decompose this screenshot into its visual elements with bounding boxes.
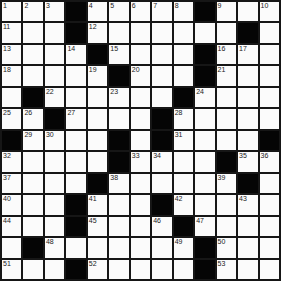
cell-r12c11[interactable]: 50 — [217, 238, 236, 257]
clue-number-3: 3 — [46, 2, 50, 10]
cell-r7c11[interactable] — [217, 131, 236, 150]
cell-r13c9[interactable] — [174, 260, 193, 279]
cell-r6c2[interactable]: 26 — [23, 109, 42, 128]
cell-r6c9[interactable]: 28 — [174, 109, 193, 128]
cell-r12c5[interactable] — [88, 238, 107, 257]
cell-r6c12[interactable] — [238, 109, 257, 128]
cell-r2c7[interactable] — [131, 23, 150, 42]
cell-r12c6[interactable] — [109, 238, 128, 257]
cell-r11c10[interactable]: 47 — [195, 217, 214, 236]
cell-r1c5[interactable]: 4 — [88, 2, 107, 21]
clue-number-34: 34 — [153, 152, 161, 160]
cell-r1c11[interactable]: 9 — [217, 2, 236, 21]
cell-r5c10[interactable]: 24 — [195, 88, 214, 107]
cell-r13c2[interactable] — [23, 260, 42, 279]
cell-r1c12[interactable] — [238, 2, 257, 21]
cell-r1c7[interactable]: 6 — [131, 2, 150, 21]
cell-r13c1[interactable]: 51 — [2, 260, 21, 279]
cell-r3c8[interactable] — [152, 45, 171, 64]
cell-r1c8[interactable]: 7 — [152, 2, 171, 21]
cell-r5c4[interactable] — [66, 88, 85, 107]
black-cell-r10c4 — [66, 195, 85, 214]
black-cell-r1c4 — [66, 2, 85, 21]
cell-r4c8[interactable] — [152, 66, 171, 85]
clue-number-25: 25 — [3, 109, 11, 117]
clue-number-38: 38 — [110, 174, 118, 182]
cell-r8c3[interactable] — [45, 152, 64, 171]
cell-r4c5[interactable]: 19 — [88, 66, 107, 85]
clue-number-2: 2 — [24, 2, 28, 10]
cell-r6c10[interactable] — [195, 109, 214, 128]
cell-r13c3[interactable] — [45, 260, 64, 279]
clue-number-36: 36 — [261, 152, 269, 160]
cell-r4c12[interactable] — [238, 66, 257, 85]
cell-r4c1[interactable]: 18 — [2, 66, 21, 85]
cell-r4c7[interactable]: 20 — [131, 66, 150, 85]
cell-r7c2[interactable]: 29 — [23, 131, 42, 150]
clue-number-15: 15 — [110, 45, 118, 53]
cell-r3c11[interactable]: 16 — [217, 45, 236, 64]
cell-r3c1[interactable]: 13 — [2, 45, 21, 64]
cell-r13c11[interactable]: 53 — [217, 260, 236, 279]
clue-number-21: 21 — [218, 66, 226, 74]
cell-r10c13[interactable] — [260, 195, 279, 214]
clue-number-46: 46 — [153, 217, 161, 225]
black-cell-r6c3 — [45, 109, 64, 128]
cell-r12c4[interactable] — [66, 238, 85, 257]
cell-r4c2[interactable] — [23, 66, 42, 85]
cell-r13c6[interactable] — [109, 260, 128, 279]
cell-r2c13[interactable] — [260, 23, 279, 42]
clue-number-37: 37 — [3, 174, 11, 182]
cell-r6c4[interactable]: 27 — [66, 109, 85, 128]
clue-number-35: 35 — [239, 152, 247, 160]
cell-r5c7[interactable] — [131, 88, 150, 107]
cell-r2c5[interactable]: 12 — [88, 23, 107, 42]
clue-number-18: 18 — [3, 66, 11, 74]
cell-r8c12[interactable]: 35 — [238, 152, 257, 171]
clue-number-27: 27 — [67, 109, 75, 117]
cell-r10c1[interactable]: 40 — [2, 195, 21, 214]
clue-number-19: 19 — [89, 66, 97, 74]
cell-r11c5[interactable]: 45 — [88, 217, 107, 236]
black-cell-r2c12 — [238, 23, 257, 42]
black-cell-r5c2 — [23, 88, 42, 107]
clue-number-44: 44 — [3, 217, 11, 225]
cell-r12c8[interactable] — [152, 238, 171, 257]
cell-r11c13[interactable] — [260, 217, 279, 236]
cell-r3c2[interactable] — [23, 45, 42, 64]
clue-number-51: 51 — [3, 260, 11, 268]
clue-number-41: 41 — [89, 195, 97, 203]
cell-r3c3[interactable] — [45, 45, 64, 64]
clue-number-1: 1 — [3, 2, 7, 10]
cell-r2c3[interactable] — [45, 23, 64, 42]
cell-r7c7[interactable] — [131, 131, 150, 150]
cell-r9c6[interactable]: 38 — [109, 174, 128, 193]
cell-r6c13[interactable] — [260, 109, 279, 128]
clue-number-8: 8 — [175, 2, 179, 10]
clue-number-52: 52 — [89, 260, 97, 268]
clue-number-32: 32 — [3, 152, 11, 160]
cell-r10c12[interactable]: 43 — [238, 195, 257, 214]
clue-number-11: 11 — [3, 23, 10, 31]
cell-r4c3[interactable] — [45, 66, 64, 85]
black-cell-r13c10 — [195, 260, 214, 279]
cell-r13c13[interactable] — [260, 260, 279, 279]
cell-r9c13[interactable] — [260, 174, 279, 193]
cell-r1c13[interactable]: 10 — [260, 2, 279, 21]
cell-r7c12[interactable] — [238, 131, 257, 150]
cell-r11c3[interactable] — [45, 217, 64, 236]
cell-r3c13[interactable] — [260, 45, 279, 64]
cell-r8c2[interactable] — [23, 152, 42, 171]
cell-r10c11[interactable] — [217, 195, 236, 214]
cell-r8c1[interactable]: 32 — [2, 152, 21, 171]
clue-number-17: 17 — [239, 45, 247, 53]
cell-r4c4[interactable] — [66, 66, 85, 85]
clue-number-30: 30 — [46, 131, 54, 139]
cell-r8c13[interactable]: 36 — [260, 152, 279, 171]
cell-r3c12[interactable]: 17 — [238, 45, 257, 64]
cell-r11c7[interactable] — [131, 217, 150, 236]
cell-r5c12[interactable] — [238, 88, 257, 107]
cell-r12c13[interactable] — [260, 238, 279, 257]
cell-r10c9[interactable]: 42 — [174, 195, 193, 214]
black-cell-r7c8 — [152, 131, 171, 150]
black-cell-r6c8 — [152, 109, 171, 128]
cell-r10c6[interactable] — [109, 195, 128, 214]
black-cell-r3c5 — [88, 45, 107, 64]
cell-r1c1[interactable]: 1 — [2, 2, 21, 21]
clue-number-9: 9 — [218, 2, 222, 10]
cell-r8c5[interactable] — [88, 152, 107, 171]
cell-r5c13[interactable] — [260, 88, 279, 107]
crossword-grid: 1234567891011121314151617181920212223242… — [0, 0, 281, 281]
cell-r4c11[interactable]: 21 — [217, 66, 236, 85]
black-cell-r9c5 — [88, 174, 107, 193]
cell-r13c7[interactable] — [131, 260, 150, 279]
clue-number-49: 49 — [175, 238, 183, 246]
cell-r13c12[interactable] — [238, 260, 257, 279]
cell-r8c8[interactable]: 34 — [152, 152, 171, 171]
cell-r9c11[interactable]: 39 — [217, 174, 236, 193]
clue-number-16: 16 — [218, 45, 226, 53]
cell-r9c8[interactable] — [152, 174, 171, 193]
cell-r9c4[interactable] — [66, 174, 85, 193]
clue-number-14: 14 — [67, 45, 75, 53]
clue-number-29: 29 — [24, 131, 32, 139]
black-cell-r7c6 — [109, 131, 128, 150]
cell-r7c5[interactable] — [88, 131, 107, 150]
cell-r11c1[interactable]: 44 — [2, 217, 21, 236]
cell-r7c3[interactable]: 30 — [45, 131, 64, 150]
cell-r11c11[interactable] — [217, 217, 236, 236]
cell-r12c3[interactable]: 48 — [45, 238, 64, 257]
cell-r5c8[interactable] — [152, 88, 171, 107]
cell-r5c3[interactable]: 22 — [45, 88, 64, 107]
cell-r9c7[interactable] — [131, 174, 150, 193]
clue-number-10: 10 — [261, 2, 269, 10]
cell-r6c1[interactable]: 25 — [2, 109, 21, 128]
clue-number-26: 26 — [24, 109, 32, 117]
cell-r1c2[interactable]: 2 — [23, 2, 42, 21]
clue-number-5: 5 — [110, 2, 114, 10]
cell-r9c2[interactable] — [23, 174, 42, 193]
cell-r6c6[interactable] — [109, 109, 128, 128]
cell-r3c4[interactable]: 14 — [66, 45, 85, 64]
black-cell-r7c13 — [260, 131, 279, 150]
cell-r2c2[interactable] — [23, 23, 42, 42]
clue-number-31: 31 — [175, 131, 183, 139]
cell-r12c1[interactable] — [2, 238, 21, 257]
black-cell-r11c4 — [66, 217, 85, 236]
clue-number-7: 7 — [153, 2, 157, 10]
black-cell-r12c10 — [195, 238, 214, 257]
cell-r6c7[interactable] — [131, 109, 150, 128]
cell-r5c6[interactable]: 23 — [109, 88, 128, 107]
cell-r2c1[interactable]: 11 — [2, 23, 21, 42]
cell-r5c1[interactable] — [2, 88, 21, 107]
cell-r4c13[interactable] — [260, 66, 279, 85]
cell-r10c10[interactable] — [195, 195, 214, 214]
clue-number-13: 13 — [3, 45, 11, 53]
black-cell-r11c9 — [174, 217, 193, 236]
cell-r7c10[interactable] — [195, 131, 214, 150]
clue-number-45: 45 — [89, 217, 97, 225]
cell-r2c10[interactable] — [195, 23, 214, 42]
cell-r1c9[interactable]: 8 — [174, 2, 193, 21]
cell-r5c11[interactable] — [217, 88, 236, 107]
cell-r10c2[interactable] — [23, 195, 42, 214]
cell-r12c9[interactable]: 49 — [174, 238, 193, 257]
cell-r2c11[interactable] — [217, 23, 236, 42]
cell-r9c1[interactable]: 37 — [2, 174, 21, 193]
cell-r8c9[interactable] — [174, 152, 193, 171]
cell-r1c3[interactable]: 3 — [45, 2, 64, 21]
clue-number-50: 50 — [218, 238, 226, 246]
cell-r2c6[interactable] — [109, 23, 128, 42]
black-cell-r8c11 — [217, 152, 236, 171]
cell-r8c7[interactable]: 33 — [131, 152, 150, 171]
black-cell-r13c4 — [66, 260, 85, 279]
cell-r13c5[interactable]: 52 — [88, 260, 107, 279]
cell-r6c11[interactable] — [217, 109, 236, 128]
clue-number-48: 48 — [46, 238, 54, 246]
cell-r10c7[interactable] — [131, 195, 150, 214]
clue-number-53: 53 — [218, 260, 226, 268]
clue-number-24: 24 — [196, 88, 204, 96]
clue-number-42: 42 — [175, 195, 183, 203]
cell-r8c4[interactable] — [66, 152, 85, 171]
clue-number-28: 28 — [175, 109, 183, 117]
black-cell-r7c1 — [2, 131, 21, 150]
clue-number-20: 20 — [132, 66, 140, 74]
clue-number-23: 23 — [110, 88, 118, 96]
cell-r8c10[interactable] — [195, 152, 214, 171]
cell-r7c9[interactable]: 31 — [174, 131, 193, 150]
black-cell-r4c6 — [109, 66, 128, 85]
black-cell-r10c8 — [152, 195, 171, 214]
black-cell-r2c4 — [66, 23, 85, 42]
cell-r2c8[interactable] — [152, 23, 171, 42]
cell-r12c7[interactable] — [131, 238, 150, 257]
cell-r12c12[interactable] — [238, 238, 257, 257]
cell-r10c5[interactable]: 41 — [88, 195, 107, 214]
clue-number-40: 40 — [3, 195, 11, 203]
cell-r13c8[interactable] — [152, 260, 171, 279]
black-cell-r5c9 — [174, 88, 193, 107]
cell-r11c8[interactable]: 46 — [152, 217, 171, 236]
black-cell-r8c6 — [109, 152, 128, 171]
cell-r1c6[interactable]: 5 — [109, 2, 128, 21]
cell-r9c3[interactable] — [45, 174, 64, 193]
clue-number-12: 12 — [89, 23, 97, 31]
clue-number-33: 33 — [132, 152, 140, 160]
cell-r3c7[interactable] — [131, 45, 150, 64]
cell-r3c9[interactable] — [174, 45, 193, 64]
cell-r11c2[interactable] — [23, 217, 42, 236]
cell-r9c10[interactable] — [195, 174, 214, 193]
cell-r10c3[interactable] — [45, 195, 64, 214]
cell-r6c5[interactable] — [88, 109, 107, 128]
black-cell-r9c12 — [238, 174, 257, 193]
black-cell-r12c2 — [23, 238, 42, 257]
clue-number-39: 39 — [218, 174, 226, 182]
cell-r5c5[interactable] — [88, 88, 107, 107]
black-cell-r3c10 — [195, 45, 214, 64]
clue-number-4: 4 — [89, 2, 93, 10]
cell-r9c9[interactable] — [174, 174, 193, 193]
clue-number-47: 47 — [196, 217, 204, 225]
cell-r7c4[interactable] — [66, 131, 85, 150]
cell-r11c12[interactable] — [238, 217, 257, 236]
clue-number-43: 43 — [239, 195, 247, 203]
cell-r4c9[interactable] — [174, 66, 193, 85]
black-cell-r1c10 — [195, 2, 214, 21]
clue-number-22: 22 — [46, 88, 54, 96]
black-cell-r4c10 — [195, 66, 214, 85]
clue-number-6: 6 — [132, 2, 136, 10]
cell-r11c6[interactable] — [109, 217, 128, 236]
cell-r3c6[interactable]: 15 — [109, 45, 128, 64]
cell-r2c9[interactable] — [174, 23, 193, 42]
